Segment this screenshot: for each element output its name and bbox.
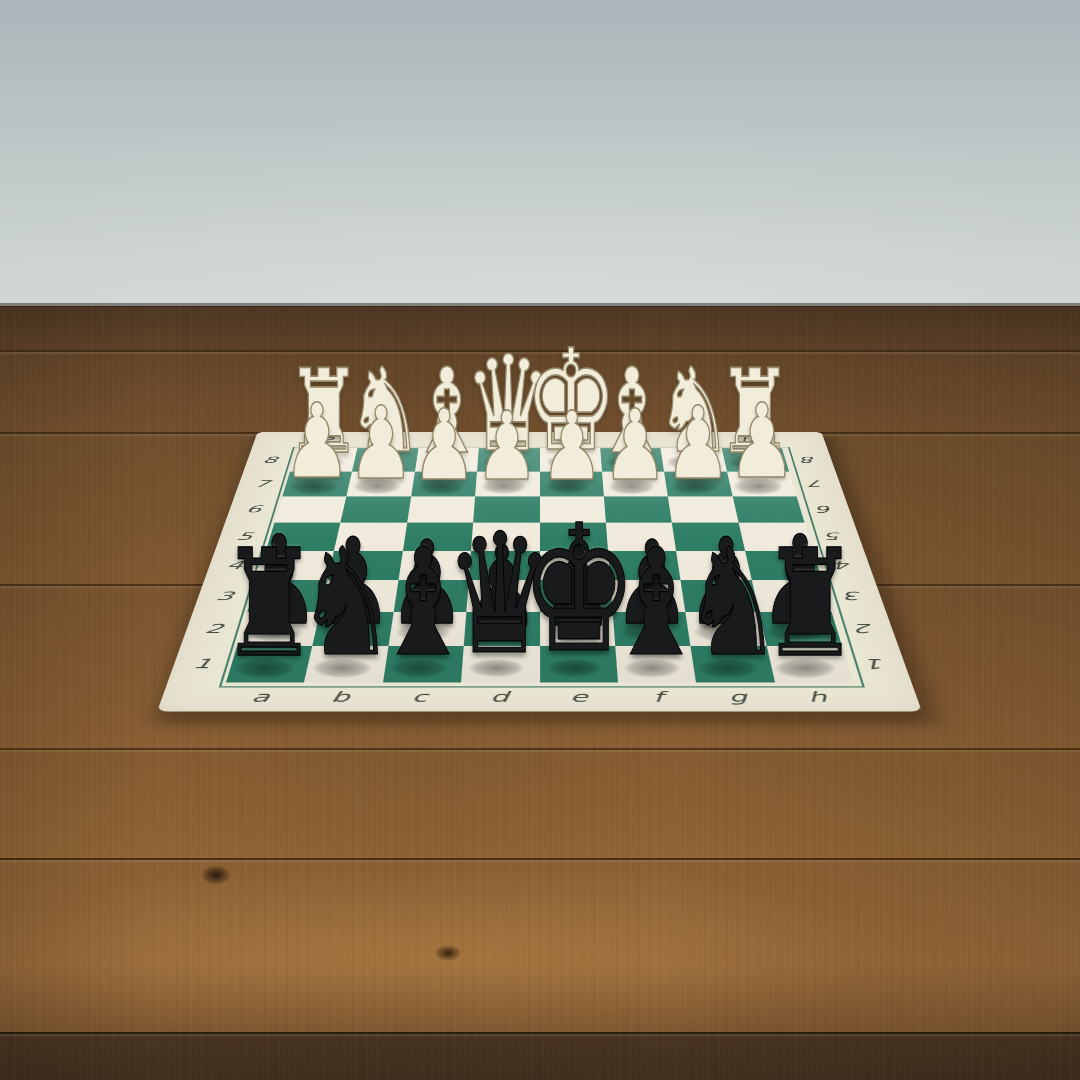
table-front-edge [0,1032,1080,1080]
photo-scene: abcdefgh abcdefgh 12345678 12345678 ♜♞♝♛… [0,0,1080,1080]
piece-white-pawn-b7[interactable]: ♟ [347,393,414,493]
piece-white-pawn-f7[interactable]: ♟ [602,396,667,494]
piece-white-pawn-a7[interactable]: ♟ [283,390,352,493]
table-back-edge [0,303,1080,307]
piece-white-pawn-c7[interactable]: ♟ [411,396,476,494]
table-plank [0,858,1080,1034]
piece-black-rook-h1[interactable]: ♜ [760,530,859,678]
piece-white-pawn-e7[interactable]: ♟ [540,399,603,494]
table-plank [0,748,1080,860]
piece-white-pawn-g7[interactable]: ♟ [665,393,732,493]
rank-label-7: 7 [789,472,844,497]
piece-white-pawn-h7[interactable]: ♟ [727,390,796,493]
piece-white-pawn-d7[interactable]: ♟ [476,399,539,494]
background-wall [0,0,1080,306]
